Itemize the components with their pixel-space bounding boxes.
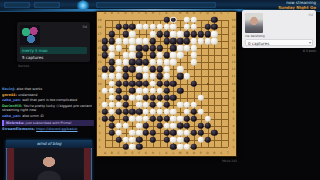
stone-white — [184, 73, 190, 79]
stone-white — [184, 17, 190, 23]
black-player-rank: 5d — [83, 25, 87, 29]
stone-white — [150, 80, 156, 86]
coord-label: A — [104, 12, 106, 15]
stone-black — [115, 109, 121, 115]
coord-label: 14 — [98, 54, 102, 57]
stone-black — [109, 31, 115, 37]
coord-label: O — [193, 12, 195, 15]
stone-black — [163, 52, 169, 58]
stone-white — [129, 130, 135, 136]
stone-black — [122, 109, 128, 115]
coord-label: 10 — [232, 82, 236, 85]
stone-black — [129, 80, 135, 86]
chat-username[interactable]: Nickro4u: — [6, 121, 26, 125]
stone-white — [211, 38, 217, 44]
coord-label: D — [124, 152, 126, 155]
stone-white — [184, 130, 190, 136]
stone-black — [191, 144, 197, 150]
chat-message: zaba_yan: also umm :D — [2, 114, 94, 119]
stone-black — [170, 38, 176, 44]
stone-white — [156, 59, 162, 65]
stone-white — [115, 45, 121, 51]
stone-black — [163, 101, 169, 107]
stone-black — [143, 123, 149, 129]
coord-label: 15 — [98, 47, 102, 50]
stone-white — [143, 38, 149, 44]
stone-black — [156, 45, 162, 51]
coord-label: J — [159, 152, 160, 155]
stone-white — [204, 38, 210, 44]
stone-black — [184, 123, 190, 129]
stone-black — [156, 116, 162, 122]
stone-white — [136, 123, 142, 129]
stone-white — [156, 101, 162, 107]
stone-black — [109, 66, 115, 72]
stone-black — [204, 137, 210, 143]
stone-black — [150, 94, 156, 100]
stone-white — [122, 38, 128, 44]
white-player-rank: 6d — [309, 13, 313, 17]
stone-black — [122, 116, 128, 122]
stone-black — [109, 59, 115, 65]
coord-label: S — [220, 12, 222, 15]
stone-white — [184, 109, 190, 115]
stone-black — [197, 130, 203, 136]
stone-white — [115, 130, 121, 136]
coord-label: 7 — [233, 103, 235, 106]
stone-white — [177, 130, 183, 136]
coord-label: 11 — [98, 75, 102, 78]
stone-black — [143, 59, 149, 65]
stone-black — [191, 109, 197, 115]
stone-white — [197, 137, 203, 143]
coord-label: B — [111, 12, 113, 15]
chat-username[interactable]: zaba_yan: — [2, 114, 22, 118]
stone-black — [143, 130, 149, 136]
stone-black — [156, 94, 162, 100]
coord-label: B — [111, 152, 113, 155]
stone-white — [129, 116, 135, 122]
stone-black — [136, 45, 142, 51]
coord-label: F — [138, 152, 140, 155]
stone-black — [122, 31, 128, 37]
stone-white — [109, 80, 115, 86]
stone-white — [177, 45, 183, 51]
coord-label: R — [213, 152, 215, 155]
coord-label: 8 — [99, 96, 101, 99]
coord-label: 5 — [99, 117, 101, 120]
titlebar-pill[interactable] — [34, 2, 60, 8]
stone-white — [163, 59, 169, 65]
stone-black — [156, 66, 162, 72]
coord-label: P — [200, 12, 202, 15]
titlebar-pill — [96, 2, 216, 8]
stone-black — [163, 130, 169, 136]
stone-black — [170, 45, 176, 51]
stone-white — [163, 123, 169, 129]
stone-black — [170, 94, 176, 100]
coord-label: 4 — [99, 124, 101, 127]
chat-message: zaba_yan: well that part is too complica… — [2, 98, 94, 103]
stone-white — [136, 130, 142, 136]
stone-white — [102, 73, 108, 79]
stone-black — [197, 123, 203, 129]
stone-black — [129, 66, 135, 72]
stone-black — [143, 94, 149, 100]
coord-label: Q — [206, 12, 208, 15]
coord-label: 1 — [99, 146, 101, 149]
stone-black — [115, 24, 121, 30]
stone-black — [204, 24, 210, 30]
stone-black — [122, 66, 128, 72]
coord-label: T — [227, 12, 229, 15]
stone-black — [211, 17, 217, 23]
coord-label: T — [227, 152, 229, 155]
stone-black — [184, 137, 190, 143]
stone-black — [211, 24, 217, 30]
stone-black — [129, 109, 135, 115]
coord-label: 6 — [99, 110, 101, 113]
stone-white — [129, 144, 135, 150]
chat-message: KevinJ: also that works — [2, 87, 94, 92]
coord-label: 8 — [233, 96, 235, 99]
stone-black — [177, 123, 183, 129]
coord-label: O — [193, 152, 195, 155]
coord-label: 15 — [232, 47, 236, 50]
coord-label: 2 — [233, 138, 235, 141]
stone-black — [163, 38, 169, 44]
stone-black — [129, 87, 135, 93]
black-player-note: Ranked — [18, 64, 29, 68]
stone-black — [191, 31, 197, 37]
coord-label: G — [145, 152, 147, 155]
stone-white — [109, 101, 115, 107]
stone-black — [129, 59, 135, 65]
stone-white — [177, 66, 183, 72]
white-player-card[interactable]: 6d xie weisheng 0 captures ▾ — [242, 10, 316, 48]
stone-black — [204, 31, 210, 37]
coord-label: 9 — [99, 89, 101, 92]
stone-white — [156, 87, 162, 93]
stone-white — [143, 109, 149, 115]
stone-white — [150, 109, 156, 115]
go-board-grid: AABBCCDDEEFFGGHHJJKKLLMMNNOOPPQQRRSSTT19… — [105, 20, 228, 147]
stone-black — [150, 66, 156, 72]
stone-white — [150, 59, 156, 65]
stone-white — [170, 59, 176, 65]
stone-white — [115, 66, 121, 72]
stone-white — [197, 38, 203, 44]
stone-white — [156, 52, 162, 58]
stone-white — [109, 109, 115, 115]
stone-white — [184, 24, 190, 30]
stone-black — [115, 137, 121, 143]
white-komi-label: 6.5 komi — [242, 49, 316, 53]
stone-white — [163, 24, 169, 30]
stone-black — [163, 137, 169, 143]
stone-white — [136, 116, 142, 122]
coord-label: C — [118, 12, 120, 15]
coord-label: 16 — [232, 40, 236, 43]
coord-label: N — [186, 152, 188, 155]
stone-black — [102, 52, 108, 58]
stone-white — [191, 17, 197, 23]
stone-white — [191, 59, 197, 65]
coord-label: C — [118, 152, 120, 155]
coord-label: M — [179, 12, 182, 15]
stone-white — [177, 137, 183, 143]
stone-black — [102, 66, 108, 72]
stone-white — [177, 116, 183, 122]
stone-white — [109, 45, 115, 51]
stone-white — [102, 101, 108, 107]
coord-label: K — [166, 152, 168, 155]
stone-black — [115, 80, 121, 86]
stone-white — [170, 116, 176, 122]
coord-label: 7 — [99, 103, 101, 106]
coord-label: 17 — [232, 33, 236, 36]
coord-label: 19 — [232, 19, 236, 22]
stone-white — [122, 59, 128, 65]
stone-white — [136, 87, 142, 93]
coord-label: S — [220, 152, 222, 155]
stone-white — [177, 144, 183, 150]
chat-text: just subscribed with Prime! — [26, 121, 72, 125]
stone-white — [191, 38, 197, 44]
stone-white — [170, 31, 176, 37]
stone-black — [177, 38, 183, 44]
coord-label: A — [104, 152, 106, 155]
stone-black — [150, 130, 156, 136]
coord-label: M — [179, 152, 182, 155]
stone-black — [122, 94, 128, 100]
stone-black — [136, 137, 142, 143]
coord-label: 13 — [98, 61, 102, 64]
stone-black — [115, 94, 121, 100]
stone-white — [191, 45, 197, 51]
stone-black — [163, 116, 169, 122]
stone-black — [136, 109, 142, 115]
chat-username[interactable]: StreamElements: — [2, 127, 36, 131]
stone-black — [136, 80, 142, 86]
stone-black — [156, 80, 162, 86]
stone-black — [163, 31, 169, 37]
stone-white — [170, 137, 176, 143]
chat-username[interactable]: goro44: — [2, 93, 18, 97]
stone-white — [170, 52, 176, 58]
stream-screen: now streaming Sunday Night Go 5d merry l… — [0, 0, 320, 180]
stone-black — [191, 116, 197, 122]
stone-white — [211, 31, 217, 37]
stone-white — [143, 87, 149, 93]
coord-label: F — [138, 12, 140, 15]
chat-text: understand — [18, 93, 37, 97]
stone-white — [163, 73, 169, 79]
stone-white — [143, 73, 149, 79]
stone-white — [143, 101, 149, 107]
stone-black — [184, 116, 190, 122]
coord-label: 3 — [233, 131, 235, 134]
coord-label: 14 — [232, 54, 236, 57]
stone-white — [177, 52, 183, 58]
stone-white — [115, 59, 121, 65]
stone-black — [184, 31, 190, 37]
stone-white — [156, 109, 162, 115]
chat-text[interactable]: https://discord.gg/baduk — [36, 127, 77, 131]
black-player-avatar — [20, 25, 40, 45]
stone-black — [109, 123, 115, 129]
chat-text: also umm :D — [22, 114, 44, 118]
stone-black — [150, 38, 156, 44]
stone-white — [163, 66, 169, 72]
stone-white — [170, 109, 176, 115]
stone-black — [204, 123, 210, 129]
coord-label: R — [213, 12, 215, 15]
stone-white — [109, 73, 115, 79]
stone-white — [143, 116, 149, 122]
stone-white — [150, 73, 156, 79]
star-point — [207, 83, 209, 85]
chat-username[interactable]: DarionHill: — [2, 104, 24, 108]
coord-label: H — [152, 152, 154, 155]
stone-black — [122, 80, 128, 86]
stone-black — [136, 73, 142, 79]
stone-white — [150, 24, 156, 30]
stone-black — [115, 87, 121, 93]
go-board[interactable]: AABBCCDDEEFFGGHHJJKKLLMMNNOOPPQQRRSSTT19… — [96, 11, 237, 157]
stone-black — [102, 116, 108, 122]
stone-black — [177, 73, 183, 79]
stone-black — [170, 130, 176, 136]
coord-label: 19 — [98, 19, 102, 22]
stone-black — [177, 87, 183, 93]
coord-label: L — [172, 152, 174, 155]
coord-label: 12 — [232, 68, 236, 71]
chat-username[interactable]: KevinJ: — [2, 87, 16, 91]
stone-white — [156, 24, 162, 30]
stone-black — [150, 101, 156, 107]
stone-black — [109, 38, 115, 44]
stone-black — [102, 45, 108, 51]
coord-label: 10 — [98, 82, 102, 85]
stone-black — [129, 24, 135, 30]
coord-label: 5 — [233, 117, 235, 120]
stone-white — [109, 87, 115, 93]
stone-white — [150, 31, 156, 37]
titlebar-pill[interactable] — [4, 2, 30, 8]
stone-white — [136, 66, 142, 72]
stone-white — [129, 45, 135, 51]
stone-white — [136, 24, 142, 30]
stone-white — [136, 101, 142, 107]
stone-white — [115, 101, 121, 107]
stone-white — [170, 24, 176, 30]
chat-text: also that works — [16, 87, 42, 91]
stone-white — [129, 137, 135, 143]
stone-white — [129, 31, 135, 37]
chat-message: DarionHill: You're pretty lucky :) bigge… — [2, 104, 94, 113]
stone-black — [122, 24, 128, 30]
webcam-frame: wind of blog — [6, 140, 92, 180]
coord-label: E — [131, 152, 133, 155]
stone-white — [109, 52, 115, 58]
stone-black — [150, 52, 156, 58]
black-captures-label: 5 captures — [22, 55, 43, 60]
stone-white — [129, 52, 135, 58]
chat-notification: Nickro4u: just subscribed with Prime! — [2, 120, 94, 127]
stone-black — [191, 130, 197, 136]
coord-label: 17 — [98, 33, 102, 36]
coord-label: 1 — [233, 146, 235, 149]
stone-black — [163, 17, 169, 23]
stone-white — [115, 73, 121, 79]
stone-white — [204, 116, 210, 122]
coord-label: 2 — [99, 138, 101, 141]
white-captures-label: 0 captures — [245, 39, 313, 46]
stone-white — [191, 52, 197, 58]
coord-label: Q — [206, 152, 208, 155]
coord-label: P — [200, 152, 202, 155]
stone-white — [109, 94, 115, 100]
stone-black — [122, 144, 128, 150]
stone-black — [156, 123, 162, 129]
stone-white — [163, 109, 169, 115]
chat-username[interactable]: zaba_yan: — [2, 98, 22, 102]
stone-black — [163, 94, 169, 100]
coord-label: 16 — [98, 40, 102, 43]
stone-black — [150, 116, 156, 122]
move-counter: Move 243 — [180, 159, 237, 163]
stone-black — [156, 31, 162, 37]
stone-white — [184, 144, 190, 150]
stone-white — [143, 24, 149, 30]
coord-label: 6 — [233, 110, 235, 113]
stone-white — [136, 94, 142, 100]
streamer-video — [7, 148, 91, 180]
coord-label: J — [159, 12, 160, 15]
stone-black — [197, 31, 203, 37]
white-player-name[interactable]: xie weisheng — [245, 34, 265, 38]
stone-white — [177, 31, 183, 37]
stone-white — [102, 87, 108, 93]
coord-label: 18 — [232, 26, 236, 29]
coord-label: 11 — [232, 75, 236, 78]
stone-white — [184, 101, 190, 107]
stone-white — [197, 94, 203, 100]
stone-black — [191, 80, 197, 86]
stone-black — [122, 73, 128, 79]
stone-white — [129, 38, 135, 44]
stone-black — [170, 144, 176, 150]
stone-black — [156, 73, 162, 79]
stone-white — [136, 38, 142, 44]
stone-black — [150, 45, 156, 51]
stone-black — [170, 80, 176, 86]
stone-white — [115, 38, 121, 44]
chat-panel[interactable]: KevinJ: also that worksgoro44: understan… — [2, 87, 94, 139]
stone-white — [184, 45, 190, 51]
black-player-card[interactable]: 5d merry li mao 5 captures — [17, 22, 90, 62]
stone-black — [163, 87, 169, 93]
stone-white — [122, 52, 128, 58]
chevron-down-icon[interactable]: ▾ — [309, 39, 311, 46]
black-player-name[interactable]: merry li mao — [20, 47, 87, 54]
stone-black — [143, 45, 149, 51]
coord-label: K — [166, 12, 168, 15]
stone-black — [136, 144, 142, 150]
chat-text: well that part is too complicated — [22, 98, 77, 102]
coord-label: 12 — [98, 68, 102, 71]
